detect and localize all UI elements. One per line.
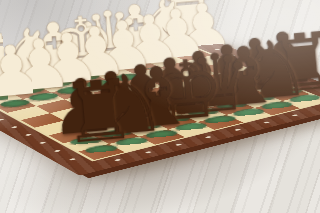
piece-black-rook-h8: ♜ [51,56,145,156]
black-rook-glyph: ♜ [58,69,138,155]
chess-photo-scene: ♜♞♝♚♛♝♞♜♟♟♟♟♟♟♟♟♟♟♟♟♟♟♟♟♜♞♝♚♛♝♞♜ [0,0,320,213]
